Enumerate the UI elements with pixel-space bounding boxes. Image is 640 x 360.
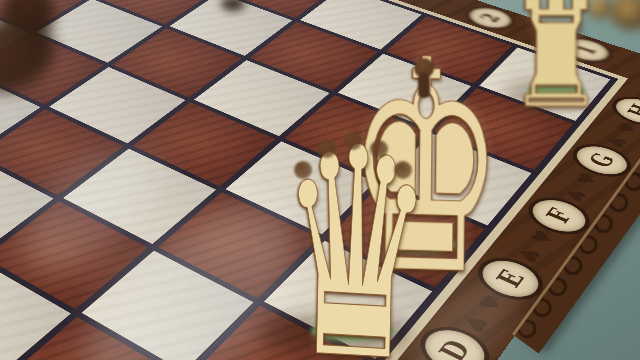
photo-frame: ♥A♥♥B♥♥C♥♥D♥♥E♥♥F♥♥G♥♥H♥87654321 ♛♚♜ bbox=[0, 0, 640, 360]
gold-object-large bbox=[610, 0, 640, 30]
gold-object-small bbox=[587, 0, 613, 19]
